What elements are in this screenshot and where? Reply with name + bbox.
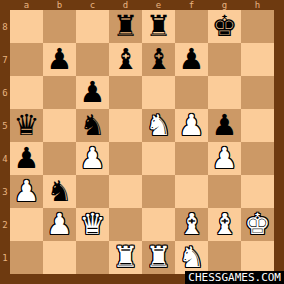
square-h7 bbox=[241, 43, 274, 76]
square-h8 bbox=[241, 10, 274, 43]
piece-black-king: ♚ bbox=[212, 10, 238, 43]
piece-black-rook: ♜ bbox=[113, 10, 139, 43]
chess-board: ♜♜♚♟♝♝♟♟♛♞♞♟♟♟♟♟♟♞♟♛♝♝♚♜♜♞ bbox=[10, 10, 274, 274]
piece-black-knight: ♞ bbox=[80, 109, 106, 142]
rank-label-6: 6 bbox=[0, 76, 10, 109]
piece-black-pawn: ♟ bbox=[179, 43, 205, 76]
square-g7 bbox=[208, 43, 241, 76]
piece-white-queen: ♛ bbox=[80, 208, 106, 241]
square-a7 bbox=[10, 43, 43, 76]
square-f5: ♟ bbox=[175, 109, 208, 142]
square-c3 bbox=[76, 175, 109, 208]
piece-black-bishop: ♝ bbox=[113, 43, 139, 76]
square-g4: ♟ bbox=[208, 142, 241, 175]
square-g5: ♟ bbox=[208, 109, 241, 142]
piece-white-bishop: ♝ bbox=[212, 208, 238, 241]
square-g8: ♚ bbox=[208, 10, 241, 43]
square-b3: ♞ bbox=[43, 175, 76, 208]
piece-white-pawn: ♟ bbox=[212, 142, 238, 175]
piece-white-knight: ♞ bbox=[179, 241, 205, 274]
square-a1 bbox=[10, 241, 43, 274]
square-d2 bbox=[109, 208, 142, 241]
piece-white-bishop: ♝ bbox=[179, 208, 205, 241]
square-e2 bbox=[142, 208, 175, 241]
square-g3 bbox=[208, 175, 241, 208]
square-b4 bbox=[43, 142, 76, 175]
piece-white-rook: ♜ bbox=[113, 241, 139, 274]
square-c4: ♟ bbox=[76, 142, 109, 175]
square-g2: ♝ bbox=[208, 208, 241, 241]
square-h6 bbox=[241, 76, 274, 109]
piece-black-pawn: ♟ bbox=[80, 76, 106, 109]
square-h3 bbox=[241, 175, 274, 208]
piece-black-queen: ♛ bbox=[14, 109, 40, 142]
square-f2: ♝ bbox=[175, 208, 208, 241]
square-d4 bbox=[109, 142, 142, 175]
rank-label-3: 3 bbox=[0, 175, 10, 208]
square-a2 bbox=[10, 208, 43, 241]
square-c7 bbox=[76, 43, 109, 76]
square-h5 bbox=[241, 109, 274, 142]
square-a6 bbox=[10, 76, 43, 109]
square-h2: ♚ bbox=[241, 208, 274, 241]
piece-black-knight: ♞ bbox=[47, 175, 73, 208]
square-e7: ♝ bbox=[142, 43, 175, 76]
square-e8: ♜ bbox=[142, 10, 175, 43]
file-label-b: b bbox=[43, 0, 76, 10]
square-c6: ♟ bbox=[76, 76, 109, 109]
square-a3: ♟ bbox=[10, 175, 43, 208]
rank-label-2: 2 bbox=[0, 208, 10, 241]
square-f6 bbox=[175, 76, 208, 109]
square-d7: ♝ bbox=[109, 43, 142, 76]
square-b5 bbox=[43, 109, 76, 142]
square-b8 bbox=[43, 10, 76, 43]
square-d5 bbox=[109, 109, 142, 142]
square-g1 bbox=[208, 241, 241, 274]
piece-white-knight: ♞ bbox=[146, 109, 172, 142]
square-c8 bbox=[76, 10, 109, 43]
square-a4: ♟ bbox=[10, 142, 43, 175]
piece-black-pawn: ♟ bbox=[212, 109, 238, 142]
square-b1 bbox=[43, 241, 76, 274]
file-label-f: f bbox=[175, 0, 208, 10]
square-h1 bbox=[241, 241, 274, 274]
square-f4 bbox=[175, 142, 208, 175]
chess-diagram: abcdefgh 87654321 ♜♜♚♟♝♝♟♟♛♞♞♟♟♟♟♟♟♞♟♛♝♝… bbox=[0, 0, 284, 284]
square-d8: ♜ bbox=[109, 10, 142, 43]
square-b7: ♟ bbox=[43, 43, 76, 76]
square-d6 bbox=[109, 76, 142, 109]
square-f1: ♞ bbox=[175, 241, 208, 274]
piece-black-pawn: ♟ bbox=[47, 43, 73, 76]
piece-black-bishop: ♝ bbox=[146, 43, 172, 76]
square-g6 bbox=[208, 76, 241, 109]
rank-labels: 87654321 bbox=[0, 10, 10, 274]
piece-black-rook: ♜ bbox=[146, 10, 172, 43]
square-f8 bbox=[175, 10, 208, 43]
square-c2: ♛ bbox=[76, 208, 109, 241]
square-b2: ♟ bbox=[43, 208, 76, 241]
rank-label-7: 7 bbox=[0, 43, 10, 76]
piece-white-king: ♚ bbox=[245, 208, 271, 241]
rank-label-4: 4 bbox=[0, 142, 10, 175]
square-a5: ♛ bbox=[10, 109, 43, 142]
square-f3 bbox=[175, 175, 208, 208]
piece-white-pawn: ♟ bbox=[80, 142, 106, 175]
file-label-h: h bbox=[241, 0, 274, 10]
square-e5: ♞ bbox=[142, 109, 175, 142]
square-d1: ♜ bbox=[109, 241, 142, 274]
piece-white-rook: ♜ bbox=[146, 241, 172, 274]
square-e6 bbox=[142, 76, 175, 109]
square-b6 bbox=[43, 76, 76, 109]
piece-white-pawn: ♟ bbox=[47, 208, 73, 241]
piece-black-pawn: ♟ bbox=[14, 142, 40, 175]
square-e3 bbox=[142, 175, 175, 208]
rank-label-5: 5 bbox=[0, 109, 10, 142]
square-e1: ♜ bbox=[142, 241, 175, 274]
piece-white-pawn: ♟ bbox=[179, 109, 205, 142]
chessgames-watermark: CHESSGAMES.COM bbox=[185, 271, 284, 284]
file-label-c: c bbox=[76, 0, 109, 10]
square-f7: ♟ bbox=[175, 43, 208, 76]
rank-label-1: 1 bbox=[0, 241, 10, 274]
square-c1 bbox=[76, 241, 109, 274]
square-e4 bbox=[142, 142, 175, 175]
square-h4 bbox=[241, 142, 274, 175]
file-label-a: a bbox=[10, 0, 43, 10]
piece-white-pawn: ♟ bbox=[14, 175, 40, 208]
rank-label-8: 8 bbox=[0, 10, 10, 43]
square-a8 bbox=[10, 10, 43, 43]
square-d3 bbox=[109, 175, 142, 208]
square-c5: ♞ bbox=[76, 109, 109, 142]
